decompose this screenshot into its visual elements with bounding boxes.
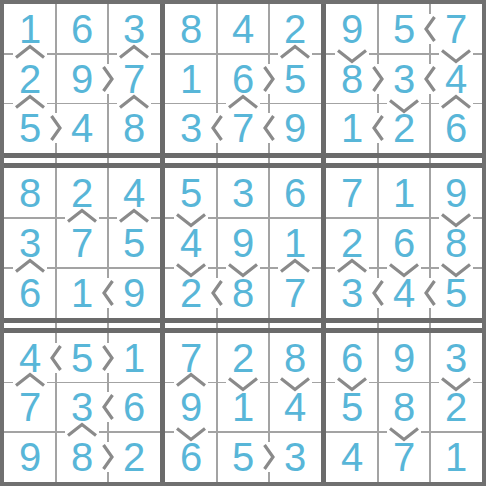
- cell-r4c7[interactable]: 7: [326, 168, 378, 218]
- chevron-down-icon: [174, 212, 208, 228]
- cell-r7c3[interactable]: 1: [108, 333, 160, 383]
- cell-digit: 4: [393, 273, 415, 313]
- chevron-down-icon: [387, 426, 421, 442]
- cell-r9c7[interactable]: 4: [326, 432, 378, 482]
- cell-r2c6[interactable]: 5: [269, 54, 321, 104]
- less-than-icon: [423, 278, 437, 308]
- less-than-icon: [423, 64, 437, 94]
- chevron-down-icon: [226, 376, 260, 392]
- block-border-horizontal: [4, 318, 482, 323]
- cell-r3c3[interactable]: 8: [108, 104, 160, 154]
- cell-r7c7[interactable]: 6: [326, 333, 378, 383]
- chevron-down-icon: [278, 376, 312, 392]
- chevron-up-icon: [226, 94, 260, 110]
- cell-digit: 7: [284, 273, 306, 313]
- chevron-down-icon: [439, 48, 473, 64]
- cell-digit: 1: [393, 173, 415, 213]
- cell-r1c2[interactable]: 6: [56, 4, 108, 54]
- cell-digit: 5: [123, 223, 145, 263]
- cell-digit: 2: [445, 387, 467, 427]
- less-than-icon: [210, 278, 224, 308]
- cell-digit: 9: [232, 223, 254, 263]
- chevron-down-icon: [387, 262, 421, 278]
- chevron-up-icon: [278, 44, 312, 60]
- cell-digit: 2: [232, 338, 254, 378]
- cell-digit: 6: [123, 387, 145, 427]
- cell-r3c6[interactable]: 9: [269, 104, 321, 154]
- less-than-icon: [101, 278, 115, 308]
- cell-digit: 7: [341, 173, 363, 213]
- cell-digit: 9: [71, 59, 93, 99]
- cell-digit: 3: [232, 173, 254, 213]
- cell-r2c4[interactable]: 1: [165, 54, 217, 104]
- chevron-down-icon: [335, 48, 369, 64]
- cell-r6c3[interactable]: 9: [108, 268, 160, 318]
- cell-digit: 8: [19, 173, 41, 213]
- cell-digit: 3: [393, 59, 415, 99]
- cell-digit: 4: [341, 437, 363, 477]
- chevron-down-icon: [439, 376, 473, 392]
- cell-digit: 8: [232, 273, 254, 313]
- cell-digit: 7: [19, 387, 41, 427]
- chevron-down-icon: [387, 98, 421, 114]
- cell-r3c2[interactable]: 4: [56, 104, 108, 154]
- cell-digit: 5: [393, 9, 415, 49]
- cell-r9c3[interactable]: 2: [108, 432, 160, 482]
- greater-than-icon: [262, 442, 276, 472]
- cell-r9c1[interactable]: 9: [4, 432, 56, 482]
- chevron-up-icon: [278, 258, 312, 274]
- greater-than-icon: [262, 64, 276, 94]
- sudoku-board: 1638429572971658345483791268245367193754…: [0, 0, 486, 486]
- cell-digit: 1: [71, 273, 93, 313]
- cell-r1c9[interactable]: 7: [430, 4, 482, 54]
- cell-digit: 9: [19, 437, 41, 477]
- cell-digit: 2: [393, 108, 415, 148]
- cell-digit: 8: [445, 223, 467, 263]
- cell-r1c7[interactable]: 9: [326, 4, 378, 54]
- block-border-horizontal: [4, 153, 482, 158]
- less-than-icon: [371, 278, 385, 308]
- chevron-down-icon: [174, 262, 208, 278]
- chevron-up-icon: [335, 258, 369, 274]
- cell-digit: 2: [123, 437, 145, 477]
- less-than-icon: [101, 392, 115, 422]
- cell-digit: 5: [445, 273, 467, 313]
- cell-r8c3[interactable]: 6: [108, 382, 160, 432]
- chevron-up-icon: [13, 258, 47, 274]
- cell-digit: 6: [180, 437, 202, 477]
- cell-digit: 9: [341, 9, 363, 49]
- cell-digit: 1: [341, 108, 363, 148]
- cell-r1c5[interactable]: 4: [217, 4, 269, 54]
- cell-digit: 4: [71, 108, 93, 148]
- chevron-up-icon: [65, 208, 99, 224]
- cell-r8c8[interactable]: 8: [378, 382, 430, 432]
- chevron-up-icon: [117, 208, 151, 224]
- cell-digit: 9: [284, 108, 306, 148]
- cell-digit: 9: [393, 338, 415, 378]
- cell-digit: 9: [123, 273, 145, 313]
- cell-digit: 5: [341, 387, 363, 427]
- greater-than-icon: [101, 442, 115, 472]
- cell-digit: 1: [232, 387, 254, 427]
- cell-r8c4[interactable]: 9: [165, 382, 217, 432]
- cell-r7c5[interactable]: 2: [217, 333, 269, 383]
- cell-digit: 6: [19, 273, 41, 313]
- cell-digit: 7: [71, 223, 93, 263]
- cell-r7c8[interactable]: 9: [378, 333, 430, 383]
- greater-than-icon: [101, 64, 115, 94]
- cell-digit: 4: [180, 223, 202, 263]
- less-than-icon: [49, 343, 63, 373]
- cell-digit: 8: [71, 437, 93, 477]
- cell-digit: 7: [393, 437, 415, 477]
- chevron-up-icon: [174, 372, 208, 388]
- cell-digit: 1: [445, 437, 467, 477]
- cell-digit: 6: [393, 223, 415, 263]
- greater-than-icon: [371, 64, 385, 94]
- cell-digit: 9: [180, 387, 202, 427]
- chevron-down-icon: [335, 376, 369, 392]
- cell-digit: 3: [180, 108, 202, 148]
- cell-digit: 8: [341, 59, 363, 99]
- chevron-down-icon: [174, 426, 208, 442]
- cell-digit: 6: [284, 173, 306, 213]
- cell-digit: 7: [445, 9, 467, 49]
- cell-r4c8[interactable]: 1: [378, 168, 430, 218]
- less-than-icon: [371, 113, 385, 143]
- cell-digit: 3: [341, 273, 363, 313]
- cell-r4c1[interactable]: 8: [4, 168, 56, 218]
- chevron-up-icon: [65, 422, 99, 438]
- cell-r5c5[interactable]: 9: [217, 218, 269, 268]
- chevron-up-icon: [13, 94, 47, 110]
- cell-r4c5[interactable]: 3: [217, 168, 269, 218]
- cell-digit: 9: [445, 173, 467, 213]
- cell-digit: 3: [445, 338, 467, 378]
- chevron-up-icon: [13, 372, 47, 388]
- cell-r9c9[interactable]: 1: [430, 432, 482, 482]
- cell-digit: 4: [284, 387, 306, 427]
- cell-r9c6[interactable]: 3: [269, 432, 321, 482]
- cell-digit: 3: [284, 437, 306, 477]
- cell-digit: 8: [180, 9, 202, 49]
- cell-digit: 6: [445, 108, 467, 148]
- cell-digit: 4: [232, 9, 254, 49]
- cell-digit: 8: [123, 108, 145, 148]
- cell-r5c2[interactable]: 7: [56, 218, 108, 268]
- cell-digit: 5: [284, 59, 306, 99]
- cell-r4c4[interactable]: 5: [165, 168, 217, 218]
- cell-r5c8[interactable]: 6: [378, 218, 430, 268]
- cell-r8c1[interactable]: 7: [4, 382, 56, 432]
- cell-digit: 1: [180, 59, 202, 99]
- greater-than-icon: [49, 113, 63, 143]
- greater-than-icon: [101, 343, 115, 373]
- cell-digit: 5: [71, 338, 93, 378]
- cell-digit: 5: [19, 108, 41, 148]
- chevron-up-icon: [117, 44, 151, 60]
- cell-r6c6[interactable]: 7: [269, 268, 321, 318]
- cell-digit: 5: [180, 173, 202, 213]
- less-than-icon: [262, 113, 276, 143]
- chevron-down-icon: [439, 262, 473, 278]
- cell-digit: 6: [71, 9, 93, 49]
- cell-digit: 8: [393, 387, 415, 427]
- cell-digit: 5: [232, 437, 254, 477]
- chevron-down-icon: [439, 212, 473, 228]
- cell-digit: 2: [180, 273, 202, 313]
- cell-r4c6[interactable]: 6: [269, 168, 321, 218]
- less-than-icon: [210, 113, 224, 143]
- cell-digit: 6: [341, 338, 363, 378]
- chevron-up-icon: [117, 94, 151, 110]
- chevron-up-icon: [439, 94, 473, 110]
- cell-r4c9[interactable]: 9: [430, 168, 482, 218]
- chevron-up-icon: [13, 44, 47, 60]
- cell-r6c1[interactable]: 6: [4, 268, 56, 318]
- less-than-icon: [423, 14, 437, 44]
- cell-digit: 1: [123, 338, 145, 378]
- cell-r7c9[interactable]: 3: [430, 333, 482, 383]
- cell-digit: 8: [284, 338, 306, 378]
- cell-r3c9[interactable]: 6: [430, 104, 482, 154]
- chevron-down-icon: [226, 262, 260, 278]
- cell-digit: 7: [232, 108, 254, 148]
- cell-r1c4[interactable]: 8: [165, 4, 217, 54]
- cell-r7c6[interactable]: 8: [269, 333, 321, 383]
- cell-r5c3[interactable]: 5: [108, 218, 160, 268]
